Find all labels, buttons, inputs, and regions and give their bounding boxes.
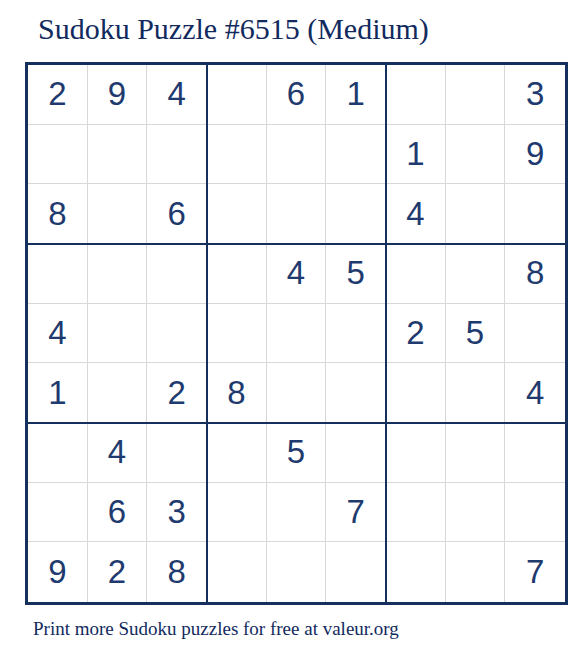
cell-r8c5[interactable] — [267, 483, 327, 543]
cell-r7c1[interactable] — [28, 423, 88, 483]
cell-r5c8[interactable]: 5 — [446, 304, 506, 364]
cell-r8c2[interactable]: 6 — [88, 483, 148, 543]
cell-r6c8[interactable] — [446, 363, 506, 423]
cell-r2c9[interactable]: 9 — [505, 125, 565, 185]
cell-r8c7[interactable] — [386, 483, 446, 543]
cell-r7c4[interactable] — [207, 423, 267, 483]
cell-r4c3[interactable] — [147, 244, 207, 304]
cell-r1c8[interactable] — [446, 65, 506, 125]
cell-r4c2[interactable] — [88, 244, 148, 304]
cell-r8c1[interactable] — [28, 483, 88, 543]
cell-r5c7[interactable]: 2 — [386, 304, 446, 364]
page-title: Sudoku Puzzle #6515 (Medium) — [38, 12, 429, 46]
cell-r2c6[interactable] — [326, 125, 386, 185]
footer-text: Print more Sudoku puzzles for free at va… — [33, 617, 399, 640]
cell-r1c6[interactable]: 1 — [326, 65, 386, 125]
cell-r4c4[interactable] — [207, 244, 267, 304]
cell-r7c8[interactable] — [446, 423, 506, 483]
cell-r9c5[interactable] — [267, 542, 327, 602]
cell-r7c9[interactable] — [505, 423, 565, 483]
cell-r3c4[interactable] — [207, 184, 267, 244]
cell-r2c1[interactable] — [28, 125, 88, 185]
page: Sudoku Puzzle #6515 (Medium) 29461319864… — [0, 0, 574, 651]
cell-r8c6[interactable]: 7 — [326, 483, 386, 543]
cell-r9c9[interactable]: 7 — [505, 542, 565, 602]
cell-r2c3[interactable] — [147, 125, 207, 185]
cell-r1c5[interactable]: 6 — [267, 65, 327, 125]
cell-r6c3[interactable]: 2 — [147, 363, 207, 423]
cell-r6c6[interactable] — [326, 363, 386, 423]
cell-r1c2[interactable]: 9 — [88, 65, 148, 125]
cell-r9c4[interactable] — [207, 542, 267, 602]
cell-r7c5[interactable]: 5 — [267, 423, 327, 483]
cell-r2c7[interactable]: 1 — [386, 125, 446, 185]
cell-r5c3[interactable] — [147, 304, 207, 364]
cell-r2c8[interactable] — [446, 125, 506, 185]
cell-r3c6[interactable] — [326, 184, 386, 244]
cell-r7c2[interactable]: 4 — [88, 423, 148, 483]
sudoku-board: 294613198644584251284456379287 — [25, 62, 568, 605]
cell-r8c9[interactable] — [505, 483, 565, 543]
cell-r6c9[interactable]: 4 — [505, 363, 565, 423]
cell-r6c4[interactable]: 8 — [207, 363, 267, 423]
cell-r3c2[interactable] — [88, 184, 148, 244]
cell-r9c8[interactable] — [446, 542, 506, 602]
cell-r1c4[interactable] — [207, 65, 267, 125]
cell-r9c7[interactable] — [386, 542, 446, 602]
cell-r8c8[interactable] — [446, 483, 506, 543]
cell-r9c3[interactable]: 8 — [147, 542, 207, 602]
cell-r5c1[interactable]: 4 — [28, 304, 88, 364]
cell-r6c5[interactable] — [267, 363, 327, 423]
cell-r9c2[interactable]: 2 — [88, 542, 148, 602]
cell-r5c4[interactable] — [207, 304, 267, 364]
cell-r9c1[interactable]: 9 — [28, 542, 88, 602]
cell-r6c2[interactable] — [88, 363, 148, 423]
cell-r5c9[interactable] — [505, 304, 565, 364]
cell-r1c3[interactable]: 4 — [147, 65, 207, 125]
cell-r3c3[interactable]: 6 — [147, 184, 207, 244]
cell-r7c3[interactable] — [147, 423, 207, 483]
cell-r2c4[interactable] — [207, 125, 267, 185]
cell-r5c5[interactable] — [267, 304, 327, 364]
cell-r5c6[interactable] — [326, 304, 386, 364]
cell-r3c7[interactable]: 4 — [386, 184, 446, 244]
cell-r6c7[interactable] — [386, 363, 446, 423]
cell-r4c7[interactable] — [386, 244, 446, 304]
cell-r4c9[interactable]: 8 — [505, 244, 565, 304]
cell-r3c1[interactable]: 8 — [28, 184, 88, 244]
cell-r3c9[interactable] — [505, 184, 565, 244]
cell-r9c6[interactable] — [326, 542, 386, 602]
cell-r1c9[interactable]: 3 — [505, 65, 565, 125]
cell-r6c1[interactable]: 1 — [28, 363, 88, 423]
cell-r7c6[interactable] — [326, 423, 386, 483]
cell-r8c3[interactable]: 3 — [147, 483, 207, 543]
cell-r2c5[interactable] — [267, 125, 327, 185]
cell-r7c7[interactable] — [386, 423, 446, 483]
cell-r5c2[interactable] — [88, 304, 148, 364]
cell-r4c5[interactable]: 4 — [267, 244, 327, 304]
cell-r4c1[interactable] — [28, 244, 88, 304]
cell-r2c2[interactable] — [88, 125, 148, 185]
cell-r3c8[interactable] — [446, 184, 506, 244]
cell-r1c1[interactable]: 2 — [28, 65, 88, 125]
cell-r8c4[interactable] — [207, 483, 267, 543]
cell-r1c7[interactable] — [386, 65, 446, 125]
cell-r3c5[interactable] — [267, 184, 327, 244]
cell-r4c6[interactable]: 5 — [326, 244, 386, 304]
cell-r4c8[interactable] — [446, 244, 506, 304]
